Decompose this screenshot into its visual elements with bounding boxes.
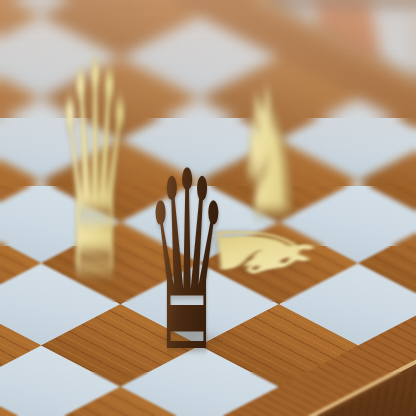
chess-photo-scene: ♛♞♞♛ — [0, 0, 416, 416]
black-queen-piece: ♛ — [145, 138, 228, 386]
white-queen-piece: ♛ — [55, 27, 134, 316]
